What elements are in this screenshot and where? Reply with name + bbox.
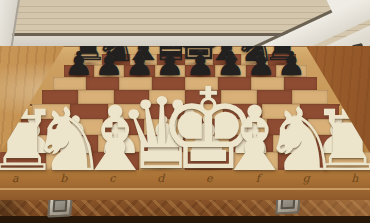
piece-bp-h7[interactable]: ♟ [277, 48, 307, 79]
square-c7[interactable]: ♟ [124, 65, 154, 77]
square-h1[interactable]: ♜ [325, 152, 370, 170]
chess-board: abcdefgh ♜♞♝♛♚♝♞♜♟♟♟♟♟♟♟♟♟♟♟♟♟♟♟♟♜♞♝♛♚♝♞… [0, 42, 370, 200]
board-ranks: ♜♞♝♛♚♝♞♜♟♟♟♟♟♟♟♟♟♟♟♟♟♟♟♟♜♞♝♛♚♝♞♜ [0, 54, 370, 170]
square-b7[interactable]: ♟ [94, 65, 124, 77]
piece-bp-c7[interactable]: ♟ [125, 48, 155, 79]
piece-bp-b7[interactable]: ♟ [94, 48, 124, 79]
square-a7[interactable]: ♟ [64, 65, 94, 77]
square-h7[interactable]: ♟ [276, 65, 306, 77]
piece-bp-a7[interactable]: ♟ [64, 48, 94, 79]
rank-1: ♜♞♝♛♚♝♞♜ [0, 152, 370, 170]
photo-scene: abcdefgh ♜♞♝♛♚♝♞♜♟♟♟♟♟♟♟♟♟♟♟♟♟♟♟♟♜♞♝♛♚♝♞… [0, 0, 370, 223]
